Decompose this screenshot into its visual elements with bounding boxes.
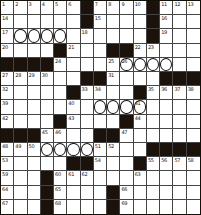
grid-cell-r5c8[interactable] [94, 58, 107, 72]
black-cell-r10c9 [107, 129, 120, 143]
black-cell-r6c7 [81, 72, 94, 86]
grid-cell-r14c2[interactable] [14, 186, 27, 200]
black-cell-r10c1 [1, 129, 14, 143]
grid-cell-r1c9[interactable]: 8 [107, 1, 120, 15]
grid-cell-r11c2[interactable]: 49 [14, 143, 27, 157]
clue-number: 60 [55, 171, 61, 177]
grid-cell-r2c10[interactable] [120, 15, 133, 29]
clue-number: 54 [95, 157, 101, 163]
circle-marker [54, 143, 66, 156]
grid-cell-r2c1[interactable]: 14 [1, 15, 14, 29]
grid-cell-r10c13[interactable] [160, 129, 173, 143]
clue-number: 26 [121, 58, 127, 64]
grid-cell-r11c6[interactable] [67, 143, 80, 157]
grid-cell-r7c7[interactable]: 33 [81, 86, 94, 100]
clue-number: 28 [15, 72, 21, 78]
grid-cell-r2c14[interactable] [173, 15, 186, 29]
grid-cell-r12c13[interactable]: 56 [160, 157, 173, 171]
grid-cell-r3c10[interactable] [120, 29, 133, 43]
clue-number: 53 [2, 157, 8, 163]
grid-cell-r9c12[interactable] [147, 115, 160, 129]
clue-number: 37 [174, 86, 180, 92]
grid-cell-r4c13[interactable] [160, 44, 173, 58]
black-cell-r5c2 [14, 58, 27, 72]
grid-cell-r14c3[interactable] [28, 186, 41, 200]
clue-number: 48 [2, 143, 8, 149]
grid-cell-r12c10[interactable] [120, 157, 133, 171]
grid-cell-r10c5[interactable]: 46 [54, 129, 67, 143]
clue-number: 66 [121, 186, 127, 192]
grid-cell-r6c1[interactable]: 27 [1, 72, 14, 86]
grid-cell-r6c3[interactable]: 29 [28, 72, 41, 86]
clue-number: 7 [95, 1, 98, 7]
grid-cell-r5c5[interactable]: 24 [54, 58, 67, 72]
grid-cell-r6c4[interactable]: 30 [41, 72, 54, 86]
clue-number: 43 [68, 115, 74, 121]
grid-cell-r11c4[interactable] [41, 143, 54, 157]
grid-cell-r11c5[interactable] [54, 143, 67, 157]
grid-cell-r2c2[interactable] [14, 15, 27, 29]
grid-cell-r13c13[interactable] [160, 171, 173, 185]
grid-cell-r10c15[interactable] [187, 129, 200, 143]
grid-cell-r3c8[interactable] [94, 29, 107, 43]
grid-cell-r14c13[interactable] [160, 186, 173, 200]
grid-cell-r9c11[interactable]: 44 [134, 115, 147, 129]
clue-number: 33 [82, 86, 88, 92]
grid-cell-r4c2[interactable] [14, 44, 27, 58]
grid-cell-r12c1[interactable]: 53 [1, 157, 14, 171]
grid-cell-r3c4[interactable] [41, 29, 54, 43]
clue-number: 55 [148, 157, 154, 163]
grid-cell-r9c8[interactable] [94, 115, 107, 129]
grid-cell-r4c4[interactable] [41, 44, 54, 58]
clue-number: 35 [148, 86, 154, 92]
grid-cell-r2c4[interactable] [41, 15, 54, 29]
grid-cell-r13c8[interactable] [94, 171, 107, 185]
black-cell-r12c11 [134, 157, 147, 171]
grid-cell-r6c11[interactable] [134, 72, 147, 86]
grid-cell-r14c10[interactable]: 66 [120, 186, 133, 200]
grid-cell-r6c12[interactable] [147, 72, 160, 86]
clue-number: 3 [29, 1, 32, 7]
grid-cell-r3c15[interactable] [187, 29, 200, 43]
grid-cell-r6c2[interactable]: 28 [14, 72, 27, 86]
clue-number: 6 [68, 1, 71, 7]
clue-number: 25 [108, 58, 114, 64]
grid-cell-r14c5[interactable]: 65 [54, 186, 67, 200]
grid-cell-r12c14[interactable]: 57 [173, 157, 186, 171]
grid-cell-r9c15[interactable] [187, 115, 200, 129]
clue-number: 24 [55, 58, 61, 64]
grid-cell-r8c9[interactable] [107, 100, 120, 114]
grid-cell-r15c14[interactable] [173, 200, 186, 214]
clue-number: 2 [15, 1, 18, 7]
grid-cell-r10c7[interactable] [81, 129, 94, 143]
clue-number: 69 [121, 200, 127, 206]
grid-cell-r13c6[interactable]: 61 [67, 171, 80, 185]
circle-marker [81, 143, 93, 156]
grid-cell-r3c11[interactable] [134, 29, 147, 43]
grid-cell-r15c7[interactable] [81, 200, 94, 214]
clue-number: 11 [161, 1, 167, 7]
black-cell-r5c3 [28, 58, 41, 72]
grid-cell-r15c8[interactable] [94, 200, 107, 214]
grid-cell-r1c5[interactable]: 5 [54, 1, 67, 15]
grid-cell-r4c14[interactable] [173, 44, 186, 58]
clue-number: 29 [29, 72, 35, 78]
black-cell-r3c12 [147, 29, 160, 43]
grid-cell-r2c8[interactable]: 15 [94, 15, 107, 29]
grid-cell-r5c12[interactable] [147, 58, 160, 72]
clue-number: 16 [161, 15, 167, 21]
circle-marker [120, 100, 132, 113]
clue-number: 20 [2, 44, 8, 50]
grid-cell-r5c14[interactable] [173, 58, 186, 72]
black-cell-r6c15 [187, 72, 200, 86]
grid-cell-r7c10[interactable] [120, 86, 133, 100]
grid-cell-r7c12[interactable]: 35 [147, 86, 160, 100]
grid-cell-r7c8[interactable]: 34 [94, 86, 107, 100]
grid-cell-r2c5[interactable] [54, 15, 67, 29]
black-cell-r5c4 [41, 58, 54, 72]
black-cell-r9c5 [54, 115, 67, 129]
grid-cell-r5c6[interactable] [67, 58, 80, 72]
grid-cell-r8c5[interactable] [54, 100, 67, 114]
clue-number: 4 [42, 1, 45, 7]
circle-marker [28, 29, 40, 42]
clue-number: 21 [68, 44, 74, 50]
clue-number: 15 [95, 15, 101, 21]
grid-cell-r13c5[interactable]: 60 [54, 171, 67, 185]
grid-cell-r4c3[interactable] [28, 44, 41, 58]
clue-number: 67 [2, 200, 8, 206]
grid-cell-r12c3[interactable] [28, 157, 41, 171]
grid-cell-r6c9[interactable]: 31 [107, 72, 120, 86]
grid-cell-r1c4[interactable]: 4 [41, 1, 54, 15]
grid-cell-r11c3[interactable]: 50 [28, 143, 41, 157]
grid-cell-r13c7[interactable]: 62 [81, 171, 94, 185]
black-cell-r4c10 [120, 44, 133, 58]
black-cell-r11c12 [147, 143, 160, 157]
crossword-grid: 1234567891011121314151617181920212223242… [0, 0, 201, 215]
grid-cell-r15c10[interactable]: 69 [120, 200, 133, 214]
clue-number: 9 [121, 1, 124, 7]
grid-cell-r9c2[interactable] [14, 115, 27, 129]
grid-cell-r5c10[interactable]: 26 [120, 58, 133, 72]
grid-cell-r15c11[interactable] [134, 200, 147, 214]
grid-cell-r12c5[interactable] [54, 157, 67, 171]
clue-number: 10 [135, 1, 141, 7]
grid-cell-r8c6[interactable]: 40 [67, 100, 80, 114]
grid-cell-r14c15[interactable] [187, 186, 200, 200]
grid-cell-r10c6[interactable] [67, 129, 80, 143]
grid-cell-r2c15[interactable] [187, 15, 200, 29]
grid-cell-r12c2[interactable] [14, 157, 27, 171]
grid-cell-r11c7[interactable] [81, 143, 94, 157]
grid-cell-r3c6[interactable] [67, 29, 80, 43]
grid-cell-r1c2[interactable]: 2 [14, 1, 27, 15]
grid-cell-r15c2[interactable] [14, 200, 27, 214]
black-cell-r7c6 [67, 86, 80, 100]
grid-cell-r9c13[interactable] [160, 115, 173, 129]
crossword-page: 1234567891011121314151617181920212223242… [0, 0, 201, 215]
grid-cell-r13c14[interactable] [173, 171, 186, 185]
clue-number: 64 [2, 186, 8, 192]
grid-cell-r8c2[interactable] [14, 100, 27, 114]
clue-number: 45 [42, 129, 48, 135]
circle-marker [54, 29, 66, 42]
grid-cell-r8c3[interactable] [28, 100, 41, 114]
black-cell-r4c9 [107, 44, 120, 58]
grid-cell-r10c14[interactable] [173, 129, 186, 143]
grid-cell-r11c10[interactable] [120, 143, 133, 157]
grid-cell-r14c6[interactable] [67, 186, 80, 200]
clue-number: 36 [161, 86, 167, 92]
clue-number: 68 [55, 200, 61, 206]
black-cell-r13c4 [41, 171, 54, 185]
grid-cell-r12c4[interactable] [41, 157, 54, 171]
grid-cell-r9c14[interactable] [173, 115, 186, 129]
clue-number: 19 [161, 29, 167, 35]
grid-cell-r1c14[interactable]: 12 [173, 1, 186, 15]
black-cell-r6c14 [173, 72, 186, 86]
grid-cell-r11c1[interactable]: 48 [1, 143, 14, 157]
grid-cell-r15c1[interactable]: 67 [1, 200, 14, 214]
grid-cell-r13c2[interactable] [14, 171, 27, 185]
clue-number: 40 [68, 100, 74, 106]
clue-number: 46 [55, 129, 61, 135]
clue-number: 27 [2, 72, 8, 78]
grid-cell-r1c10[interactable]: 9 [120, 1, 133, 15]
circle-marker [134, 58, 146, 71]
grid-cell-r10c4[interactable]: 45 [41, 129, 54, 143]
grid-cell-r3c5[interactable] [54, 29, 67, 43]
black-cell-r4c5 [54, 44, 67, 58]
grid-cell-r2c6[interactable] [67, 15, 80, 29]
clue-number: 44 [135, 115, 141, 121]
clue-number: 41 [135, 100, 141, 106]
grid-cell-r3c3[interactable] [28, 29, 41, 43]
grid-cell-r8c15[interactable] [187, 100, 200, 114]
grid-cell-r4c8[interactable] [94, 44, 107, 58]
grid-cell-r15c12[interactable] [147, 200, 160, 214]
circle-marker [14, 29, 26, 42]
grid-cell-r4c12[interactable]: 23 [147, 44, 160, 58]
clue-number: 38 [188, 86, 194, 92]
black-cell-r11c14 [173, 143, 186, 157]
circle-marker [67, 143, 79, 156]
grid-cell-r4c15[interactable] [187, 44, 200, 58]
grid-cell-r9c6[interactable]: 43 [67, 115, 80, 129]
grid-cell-r4c6[interactable]: 21 [67, 44, 80, 58]
grid-cell-r13c10[interactable] [120, 171, 133, 185]
clue-number: 58 [188, 157, 194, 163]
grid-cell-r10c12[interactable] [147, 129, 160, 143]
black-cell-r10c2 [14, 129, 27, 143]
clue-number: 22 [135, 44, 141, 50]
grid-cell-r9c4[interactable] [41, 115, 54, 129]
clue-number: 62 [82, 171, 88, 177]
grid-cell-r8c1[interactable]: 39 [1, 100, 14, 114]
grid-cell-r13c9[interactable] [107, 171, 120, 185]
grid-cell-r7c14[interactable]: 37 [173, 86, 186, 100]
clue-number: 14 [2, 15, 8, 21]
grid-cell-r7c15[interactable]: 38 [187, 86, 200, 100]
grid-cell-r5c13[interactable] [160, 58, 173, 72]
grid-cell-r12c8[interactable]: 54 [94, 157, 107, 171]
grid-cell-r10c11[interactable] [134, 129, 147, 143]
grid-cell-r9c7[interactable] [81, 115, 94, 129]
grid-cell-r7c13[interactable]: 36 [160, 86, 173, 100]
black-cell-r9c10 [120, 115, 133, 129]
clue-number: 52 [108, 143, 114, 149]
grid-cell-r13c15[interactable] [187, 171, 200, 185]
grid-cell-r7c2[interactable] [14, 86, 27, 100]
clue-number: 56 [161, 157, 167, 163]
grid-cell-r14c12[interactable] [147, 186, 160, 200]
black-cell-r6c13 [160, 72, 173, 86]
grid-cell-r11c8[interactable]: 51 [94, 143, 107, 157]
clue-number: 57 [174, 157, 180, 163]
black-cell-r10c8 [94, 129, 107, 143]
circle-marker [94, 100, 106, 113]
grid-cell-r3c13[interactable]: 19 [160, 29, 173, 43]
grid-cell-r12c12[interactable]: 55 [147, 157, 160, 171]
grid-cell-r12c9[interactable] [107, 157, 120, 171]
grid-cell-r14c1[interactable]: 64 [1, 186, 14, 200]
clue-number: 17 [2, 29, 8, 35]
clue-number: 31 [108, 72, 114, 78]
grid-cell-r6c10[interactable] [120, 72, 133, 86]
black-cell-r1c7 [81, 1, 94, 15]
clue-number: 65 [55, 186, 61, 192]
grid-cell-r8c13[interactable] [160, 100, 173, 114]
grid-cell-r5c7[interactable] [81, 58, 94, 72]
grid-cell-r2c3[interactable] [28, 15, 41, 29]
black-cell-r14c4 [41, 186, 54, 200]
grid-cell-r1c8[interactable]: 7 [94, 1, 107, 15]
grid-cell-r11c11[interactable] [134, 143, 147, 157]
grid-cell-r1c1[interactable]: 1 [1, 1, 14, 15]
grid-cell-r1c11[interactable]: 10 [134, 1, 147, 15]
grid-cell-r8c14[interactable] [173, 100, 186, 114]
grid-cell-r3c1[interactable]: 17 [1, 29, 14, 43]
grid-cell-r15c13[interactable] [160, 200, 173, 214]
clue-number: 5 [55, 1, 58, 7]
grid-cell-r15c5[interactable]: 68 [54, 200, 67, 214]
grid-cell-r7c4[interactable] [41, 86, 54, 100]
grid-cell-r13c3[interactable] [28, 171, 41, 185]
grid-cell-r6c5[interactable] [54, 72, 67, 86]
black-cell-r10c3 [28, 129, 41, 143]
clue-number: 61 [68, 171, 74, 177]
clue-number: 63 [135, 171, 141, 177]
grid-cell-r8c12[interactable] [147, 100, 160, 114]
grid-cell-r1c15[interactable]: 13 [187, 1, 200, 15]
grid-cell-r3c7[interactable]: 18 [81, 29, 94, 43]
clue-number: 13 [188, 1, 194, 7]
grid-cell-r15c3[interactable] [28, 200, 41, 214]
grid-cell-r2c11[interactable] [134, 15, 147, 29]
grid-cell-r8c7[interactable] [81, 100, 94, 114]
grid-cell-r9c3[interactable] [28, 115, 41, 129]
grid-cell-r4c1[interactable]: 20 [1, 44, 14, 58]
grid-cell-r8c11[interactable]: 41 [134, 100, 147, 114]
clue-number: 1 [2, 1, 5, 7]
grid-cell-r9c9[interactable] [107, 115, 120, 129]
grid-cell-r14c8[interactable] [94, 186, 107, 200]
black-cell-r15c9 [107, 200, 120, 214]
grid-cell-r7c3[interactable] [28, 86, 41, 100]
grid-cell-r7c1[interactable]: 32 [1, 86, 14, 100]
grid-cell-r7c5[interactable] [54, 86, 67, 100]
grid-cell-r13c12[interactable] [147, 171, 160, 185]
grid-cell-r3c14[interactable] [173, 29, 186, 43]
grid-cell-r9c1[interactable]: 42 [1, 115, 14, 129]
clue-number: 30 [42, 72, 48, 78]
grid-cell-r1c3[interactable]: 3 [28, 1, 41, 15]
grid-cell-r6c6[interactable] [67, 72, 80, 86]
grid-cell-r4c11[interactable]: 22 [134, 44, 147, 58]
grid-cell-r13c1[interactable]: 59 [1, 171, 14, 185]
grid-cell-r3c2[interactable] [14, 29, 27, 43]
grid-cell-r12c15[interactable]: 58 [187, 157, 200, 171]
black-cell-r6c8 [94, 72, 107, 86]
grid-cell-r13c11[interactable]: 63 [134, 171, 147, 185]
clue-number: 12 [174, 1, 180, 7]
clue-number: 39 [2, 100, 8, 106]
grid-cell-r8c4[interactable] [41, 100, 54, 114]
clue-number: 47 [121, 129, 127, 135]
grid-cell-r14c11[interactable] [134, 186, 147, 200]
grid-cell-r10c10[interactable]: 47 [120, 129, 133, 143]
grid-cell-r15c15[interactable] [187, 200, 200, 214]
grid-cell-r3c9[interactable] [107, 29, 120, 43]
clue-number: 18 [82, 29, 88, 35]
black-cell-r11c15 [187, 143, 200, 157]
grid-cell-r7c9[interactable] [107, 86, 120, 100]
clue-number: 32 [2, 86, 8, 92]
grid-cell-r4c7[interactable] [81, 44, 94, 58]
black-cell-r7c11 [134, 86, 147, 100]
circle-marker [160, 58, 172, 71]
circle-marker [41, 143, 53, 156]
clue-number: 42 [2, 115, 8, 121]
grid-cell-r5c9[interactable]: 25 [107, 58, 120, 72]
clue-number: 59 [2, 171, 8, 177]
black-cell-r15c4 [41, 200, 54, 214]
circle-marker [147, 58, 159, 71]
black-cell-r11c13 [160, 143, 173, 157]
grid-cell-r11c9[interactable]: 52 [107, 143, 120, 157]
grid-cell-r1c6[interactable]: 6 [67, 1, 80, 15]
grid-cell-r14c7[interactable] [81, 186, 94, 200]
grid-cell-r5c15[interactable] [187, 58, 200, 72]
grid-cell-r2c13[interactable]: 16 [160, 15, 173, 29]
grid-cell-r5c11[interactable] [134, 58, 147, 72]
grid-cell-r1c13[interactable]: 11 [160, 1, 173, 15]
black-cell-r12c6 [67, 157, 80, 171]
grid-cell-r8c8[interactable] [94, 100, 107, 114]
black-cell-r1c12 [147, 1, 160, 15]
grid-cell-r8c10[interactable] [120, 100, 133, 114]
black-cell-r12c7 [81, 157, 94, 171]
grid-cell-r2c9[interactable] [107, 15, 120, 29]
grid-cell-r14c14[interactable] [173, 186, 186, 200]
grid-cell-r15c6[interactable] [67, 200, 80, 214]
black-cell-r5c1 [1, 58, 14, 72]
clue-number: 50 [29, 143, 35, 149]
